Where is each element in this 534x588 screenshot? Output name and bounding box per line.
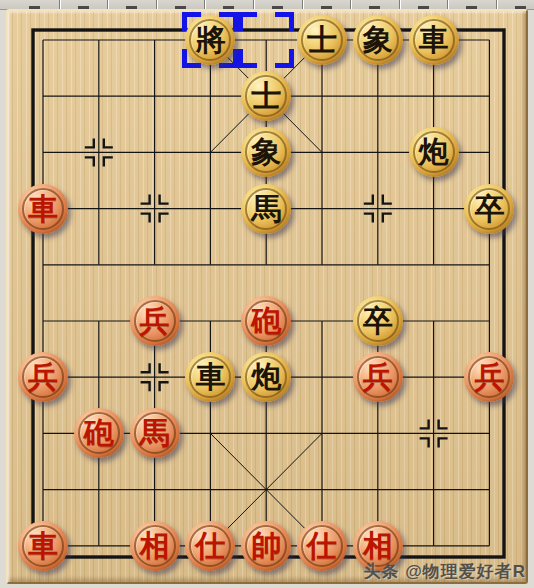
piece-black-soldier[interactable]: 卒 (464, 184, 514, 234)
piece-red-advisor[interactable]: 仕 (185, 521, 235, 571)
piece-red-soldier[interactable]: 兵 (18, 352, 68, 402)
bracket-corner-icon (275, 12, 294, 31)
piece-character: 車 (195, 352, 225, 402)
watermark: 头条 @物理爱好者R (363, 560, 526, 583)
piece-red-soldier[interactable]: 兵 (130, 296, 180, 346)
bracket-corner-icon (275, 49, 294, 68)
piece-black-soldier[interactable]: 卒 (353, 296, 403, 346)
bracket-corner-icon (238, 49, 257, 68)
piece-character: 砲 (84, 408, 114, 458)
piece-red-advisor[interactable]: 仕 (297, 521, 347, 571)
piece-character: 帥 (251, 521, 281, 571)
bracket-corner-icon (238, 12, 257, 31)
piece-character: 仕 (195, 521, 225, 571)
piece-character: 象 (363, 15, 393, 65)
piece-character: 兵 (28, 352, 58, 402)
piece-black-advisor[interactable]: 士 (297, 15, 347, 65)
piece-character: 相 (140, 521, 170, 571)
piece-red-soldier[interactable]: 兵 (353, 352, 403, 402)
piece-character: 象 (251, 127, 281, 177)
piece-red-cannon[interactable]: 砲 (74, 408, 124, 458)
piece-character: 兵 (363, 352, 393, 402)
piece-red-chariot[interactable]: 車 (18, 521, 68, 571)
piece-character: 馬 (251, 184, 281, 234)
piece-black-horse[interactable]: 馬 (241, 184, 291, 234)
piece-character: 士 (251, 71, 281, 121)
piece-red-general[interactable]: 帥 (241, 521, 291, 571)
piece-character: 車 (28, 184, 58, 234)
app-window: 將士象車士象炮馬卒卒車炮車兵砲兵兵兵砲馬車相仕帥仕相 头条 @物理爱好者R (0, 0, 534, 588)
piece-red-horse[interactable]: 馬 (130, 408, 180, 458)
piece-red-cannon[interactable]: 砲 (241, 296, 291, 346)
piece-character: 卒 (474, 184, 504, 234)
piece-character: 兵 (474, 352, 504, 402)
piece-red-elephant[interactable]: 相 (130, 521, 180, 571)
move-highlight-bracket (238, 12, 294, 68)
piece-character: 卒 (363, 296, 393, 346)
piece-red-chariot[interactable]: 車 (18, 184, 68, 234)
piece-black-chariot[interactable]: 車 (409, 15, 459, 65)
piece-character: 將 (195, 15, 225, 65)
piece-character: 車 (419, 15, 449, 65)
piece-character: 馬 (140, 408, 170, 458)
piece-character: 砲 (251, 296, 281, 346)
piece-black-elephant[interactable]: 象 (353, 15, 403, 65)
piece-character: 炮 (419, 127, 449, 177)
piece-black-cannon[interactable]: 炮 (409, 127, 459, 177)
piece-character: 士 (307, 15, 337, 65)
piece-character: 車 (28, 521, 58, 571)
piece-character: 兵 (140, 296, 170, 346)
piece-character: 仕 (307, 521, 337, 571)
piece-character: 炮 (251, 352, 281, 402)
